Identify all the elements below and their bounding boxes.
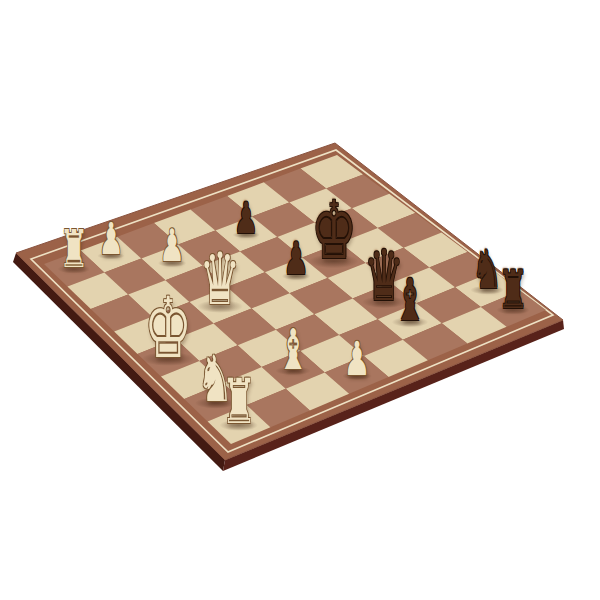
piece-white-rook-h1[interactable]: ♜ [221, 371, 257, 433]
piece-white-king-e1[interactable]: ♚ [144, 285, 192, 369]
piece-white-pawn-a2[interactable]: ♟ [98, 217, 123, 261]
piece-white-queen-d3[interactable]: ♛ [200, 243, 241, 315]
piece-white-bishop-g3[interactable]: ♝ [277, 322, 309, 378]
piece-black-king-d6[interactable]: ♚ [311, 191, 357, 271]
piece-white-pawn-b3[interactable]: ♟ [159, 224, 185, 269]
piece-black-bishop-g6[interactable]: ♝ [393, 271, 426, 329]
chess-scene: ♟♟♚♟♜♟♞♛♛♜♝♚♝♟♞♜ [0, 0, 600, 600]
piece-black-pawn-b5[interactable]: ♟ [234, 197, 259, 240]
piece-black-pawn-d5[interactable]: ♟ [283, 237, 309, 282]
piece-white-rook-a1[interactable]: ♜ [59, 224, 89, 276]
piece-white-pawn-h4[interactable]: ♟ [343, 334, 370, 381]
piece-black-rook-h8[interactable]: ♜ [498, 263, 528, 316]
